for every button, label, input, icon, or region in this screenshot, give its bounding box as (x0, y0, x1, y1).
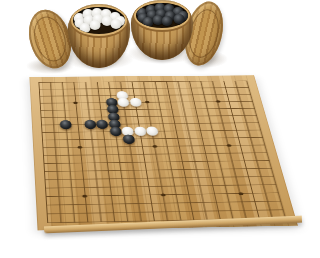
black-stone (122, 134, 135, 144)
black-stone (96, 120, 109, 129)
star-point (238, 192, 243, 195)
black-bowl-stone (162, 16, 173, 26)
go-board (29, 75, 298, 230)
white-stone (129, 98, 142, 107)
white-stone (133, 127, 146, 136)
black-stone (84, 120, 97, 129)
white-stone (146, 127, 159, 136)
black-bowl-stone (173, 14, 184, 24)
star-point (145, 101, 150, 103)
go-set-product-photo (0, 0, 320, 258)
star-point (152, 145, 157, 148)
black-stone (59, 120, 72, 129)
star-point (78, 146, 83, 149)
white-stone (117, 98, 130, 107)
star-point (73, 102, 78, 104)
bowl-white-stones (68, 4, 130, 68)
star-point (161, 194, 166, 197)
star-point (226, 144, 231, 147)
grid-lines (38, 81, 286, 224)
white-bowl-stone (110, 19, 121, 29)
black-stone (109, 127, 122, 136)
star-point (82, 195, 87, 198)
bowl-opening-left (73, 7, 125, 34)
white-bowl-stone (89, 20, 100, 30)
bowl-black-stones (131, 0, 193, 60)
star-point (215, 100, 220, 102)
bowl-opening-right (136, 3, 188, 28)
